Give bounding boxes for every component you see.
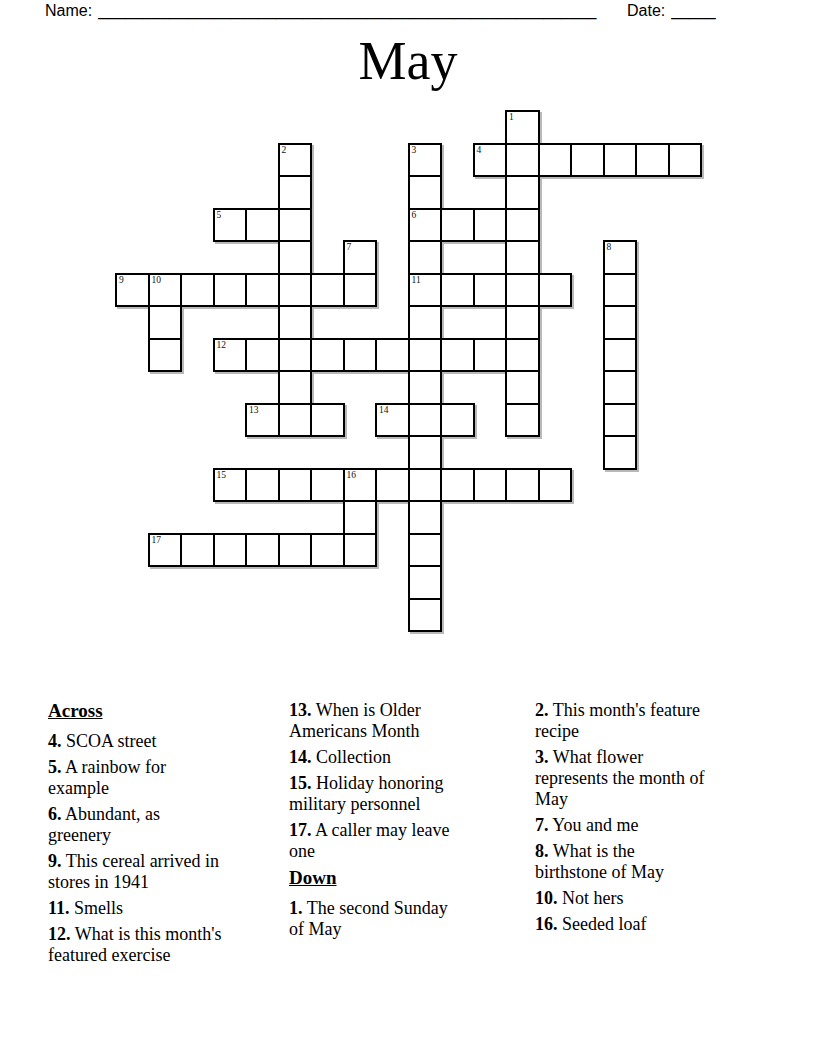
cell-r1c15[interactable] — [603, 143, 638, 178]
clue-number-6: 6 — [412, 210, 417, 220]
clue-column-1: Across4. SCOA street5. A rainbow for exa… — [48, 700, 286, 971]
clue-text: Abundant, as greenery — [48, 804, 160, 845]
clue-7: 7. You and me — [535, 815, 780, 836]
cell-r3c5[interactable] — [278, 208, 313, 243]
clue-2: 2. This month's feature recipe — [535, 700, 780, 742]
clue-number-15: 15 — [217, 470, 227, 480]
clue-number-label: 14. — [289, 747, 312, 767]
clue-text: SCOA street — [62, 731, 157, 751]
clue-text: You and me — [549, 815, 639, 835]
clue-10: 10. Not hers — [535, 888, 780, 909]
clue-5: 5. A rainbow for example — [48, 757, 286, 799]
clue-number-4: 4 — [477, 145, 482, 155]
clue-number-label: 17. — [289, 820, 312, 840]
cell-r5c9[interactable]: 11 — [408, 273, 443, 308]
clue-text: A rainbow for example — [48, 757, 166, 798]
clue-number-16: 16 — [347, 470, 357, 480]
cell-r10c9[interactable] — [408, 435, 443, 470]
cell-r11c3[interactable]: 15 — [213, 468, 248, 503]
cell-r15c9[interactable] — [408, 598, 443, 633]
clue-text: Smells — [70, 898, 124, 918]
clue-11: 11. Smells — [48, 898, 286, 919]
cell-r5c15[interactable] — [603, 273, 638, 308]
clue-number-1: 1 — [509, 112, 514, 122]
clue-number-11: 11 — [412, 275, 421, 285]
cell-r11c8[interactable] — [375, 468, 410, 503]
clue-text: A caller may leave one — [289, 820, 449, 861]
clue-number-10: 10 — [152, 275, 162, 285]
cell-r7c9[interactable] — [408, 338, 443, 373]
cell-r0c12[interactable]: 1 — [505, 110, 540, 145]
cell-r3c11[interactable] — [473, 208, 508, 243]
cell-r13c9[interactable] — [408, 533, 443, 568]
cell-r13c5[interactable] — [278, 533, 313, 568]
cell-r10c15[interactable] — [603, 435, 638, 470]
clue-6: 6. Abundant, as greenery — [48, 804, 286, 846]
cell-r7c8[interactable] — [375, 338, 410, 373]
cell-r11c7[interactable]: 16 — [343, 468, 378, 503]
clue-number-9: 9 — [119, 275, 124, 285]
clue-number-label: 7. — [535, 815, 549, 835]
clue-number-7: 7 — [347, 242, 352, 252]
cell-r7c12[interactable] — [505, 338, 540, 373]
clue-text: Not hers — [558, 888, 624, 908]
cell-r7c5[interactable] — [278, 338, 313, 373]
clue-number-5: 5 — [217, 210, 222, 220]
clue-number-label: 4. — [48, 731, 62, 751]
clue-number-label: 13. — [289, 700, 312, 720]
cell-r3c3[interactable]: 5 — [213, 208, 248, 243]
clue-9: 9. This cereal arrived in stores in 1941 — [48, 851, 286, 893]
clue-13: 13. When is Older Americans Month — [289, 700, 521, 742]
clue-text: Collection — [312, 747, 392, 767]
cell-r3c4[interactable] — [245, 208, 280, 243]
cell-r8c9[interactable] — [408, 370, 443, 405]
cell-r7c6[interactable] — [310, 338, 345, 373]
cell-r4c5[interactable] — [278, 240, 313, 275]
clue-text: This month's feature recipe — [535, 700, 700, 741]
cell-r13c1[interactable]: 17 — [148, 533, 183, 568]
cell-r1c13[interactable] — [538, 143, 573, 178]
cell-r1c14[interactable] — [570, 143, 605, 178]
clue-text: Seeded loaf — [558, 914, 647, 934]
date-blank-line[interactable]: _____ — [665, 2, 716, 19]
clue-number-label: 5. — [48, 757, 62, 777]
cell-r5c3[interactable] — [213, 273, 248, 308]
cell-r1c11[interactable]: 4 — [473, 143, 508, 178]
cell-r4c9[interactable] — [408, 240, 443, 275]
clue-number-label: 8. — [535, 841, 549, 861]
cell-r6c1[interactable] — [148, 305, 183, 340]
cell-r6c15[interactable] — [603, 305, 638, 340]
crossword-worksheet: Name:___________________________________… — [0, 0, 816, 1056]
clue-15: 15. Holiday honoring military personnel — [289, 773, 521, 815]
clue-text: What is the birthstone of May — [535, 841, 664, 882]
cell-r8c5[interactable] — [278, 370, 313, 405]
cell-r13c7[interactable] — [343, 533, 378, 568]
cell-r9c10[interactable] — [440, 403, 475, 438]
cell-r2c9[interactable] — [408, 175, 443, 210]
cell-r6c12[interactable] — [505, 305, 540, 340]
clue-number-14: 14 — [379, 405, 389, 415]
cell-r7c3[interactable]: 12 — [213, 338, 248, 373]
cell-r13c6[interactable] — [310, 533, 345, 568]
cell-r7c1[interactable] — [148, 338, 183, 373]
cell-r5c11[interactable] — [473, 273, 508, 308]
clue-number-label: 15. — [289, 773, 312, 793]
cell-r5c5[interactable] — [278, 273, 313, 308]
cell-r11c10[interactable] — [440, 468, 475, 503]
cell-r13c2[interactable] — [180, 533, 215, 568]
cell-r9c6[interactable] — [310, 403, 345, 438]
header-row: Name:___________________________________… — [0, 2, 816, 24]
clue-number-3: 3 — [412, 145, 417, 155]
cell-r6c5[interactable] — [278, 305, 313, 340]
clue-column-3: 2. This month's feature recipe3. What fl… — [535, 700, 780, 940]
clue-text: This cereal arrived in stores in 1941 — [48, 851, 219, 892]
cell-r9c4[interactable]: 13 — [245, 403, 280, 438]
crossword-grid: 1234567891011121314151617 — [115, 110, 702, 632]
clue-text: What flower represents the month of May — [535, 747, 704, 809]
cell-r5c0[interactable]: 9 — [115, 273, 150, 308]
clue-number-label: 1. — [289, 898, 303, 918]
cell-r2c12[interactable] — [505, 175, 540, 210]
cell-r7c4[interactable] — [245, 338, 280, 373]
cell-r9c15[interactable] — [603, 403, 638, 438]
cell-r1c17[interactable] — [668, 143, 703, 178]
down-section-header: Down — [289, 867, 521, 889]
cell-r9c8[interactable]: 14 — [375, 403, 410, 438]
cell-r5c13[interactable] — [538, 273, 573, 308]
cell-r12c9[interactable] — [408, 500, 443, 535]
clue-17: 17. A caller may leave one — [289, 820, 521, 862]
name-field: Name:___________________________________… — [45, 2, 596, 20]
cell-r9c5[interactable] — [278, 403, 313, 438]
clue-14: 14. Collection — [289, 747, 521, 768]
cell-r12c7[interactable] — [343, 500, 378, 535]
cell-r8c12[interactable] — [505, 370, 540, 405]
cell-r5c2[interactable] — [180, 273, 215, 308]
cell-r9c9[interactable] — [408, 403, 443, 438]
puzzle-title: May — [0, 30, 816, 92]
cell-r7c7[interactable] — [343, 338, 378, 373]
cell-r11c12[interactable] — [505, 468, 540, 503]
cell-r14c9[interactable] — [408, 565, 443, 600]
clue-text: The second Sunday of May — [289, 898, 448, 939]
cell-r4c15[interactable]: 8 — [603, 240, 638, 275]
date-field: Date:_____ — [627, 2, 716, 20]
clue-number-2: 2 — [282, 145, 287, 155]
cell-r11c11[interactable] — [473, 468, 508, 503]
cell-r1c16[interactable] — [635, 143, 670, 178]
clue-8: 8. What is the birthstone of May — [535, 841, 780, 883]
cell-r13c4[interactable] — [245, 533, 280, 568]
cell-r2c5[interactable] — [278, 175, 313, 210]
cell-r3c12[interactable] — [505, 208, 540, 243]
cell-r7c10[interactable] — [440, 338, 475, 373]
cell-r5c12[interactable] — [505, 273, 540, 308]
cell-r5c10[interactable] — [440, 273, 475, 308]
cell-r11c5[interactable] — [278, 468, 313, 503]
cell-r11c6[interactable] — [310, 468, 345, 503]
cell-r5c4[interactable] — [245, 273, 280, 308]
clue-number-label: 11. — [48, 898, 70, 918]
clue-16: 16. Seeded loaf — [535, 914, 780, 935]
clue-number-17: 17 — [152, 535, 162, 545]
cell-r4c12[interactable] — [505, 240, 540, 275]
clue-4: 4. SCOA street — [48, 731, 286, 752]
clue-text: What is this month's featured exercise — [48, 924, 221, 965]
cell-r4c7[interactable]: 7 — [343, 240, 378, 275]
clue-number-8: 8 — [607, 242, 612, 252]
cell-r6c9[interactable] — [408, 305, 443, 340]
clue-3: 3. What flower represents the month of M… — [535, 747, 780, 810]
cell-r5c1[interactable]: 10 — [148, 273, 183, 308]
name-field-label: Name: — [45, 2, 92, 19]
clue-number-label: 10. — [535, 888, 558, 908]
cell-r1c9[interactable]: 3 — [408, 143, 443, 178]
cell-r7c15[interactable] — [603, 338, 638, 373]
clue-number-13: 13 — [249, 405, 259, 415]
cell-r5c6[interactable] — [310, 273, 345, 308]
clue-number-label: 16. — [535, 914, 558, 934]
clue-number-label: 3. — [535, 747, 549, 767]
cell-r1c5[interactable]: 2 — [278, 143, 313, 178]
clue-number-label: 6. — [48, 804, 62, 824]
clue-12: 12. What is this month's featured exerci… — [48, 924, 286, 966]
clue-number-label: 2. — [535, 700, 549, 720]
clue-column-2: 13. When is Older Americans Month14. Col… — [289, 700, 521, 945]
cell-r11c4[interactable] — [245, 468, 280, 503]
cell-r11c13[interactable] — [538, 468, 573, 503]
cell-r1c12[interactable] — [505, 143, 540, 178]
cell-r11c9[interactable] — [408, 468, 443, 503]
cell-r3c10[interactable] — [440, 208, 475, 243]
cell-r5c7[interactable] — [343, 273, 378, 308]
cell-r8c15[interactable] — [603, 370, 638, 405]
cell-r7c11[interactable] — [473, 338, 508, 373]
cell-r13c3[interactable] — [213, 533, 248, 568]
date-field-label: Date: — [627, 2, 665, 19]
cell-r3c9[interactable]: 6 — [408, 208, 443, 243]
clue-number-label: 9. — [48, 851, 62, 871]
clue-number-label: 12. — [48, 924, 71, 944]
name-blank-line[interactable]: ________________________________________… — [92, 2, 596, 19]
clue-number-12: 12 — [217, 340, 227, 350]
across-section-header: Across — [48, 700, 286, 722]
clue-1: 1. The second Sunday of May — [289, 898, 521, 940]
clue-text: Holiday honoring military personnel — [289, 773, 444, 814]
cell-r9c12[interactable] — [505, 403, 540, 438]
